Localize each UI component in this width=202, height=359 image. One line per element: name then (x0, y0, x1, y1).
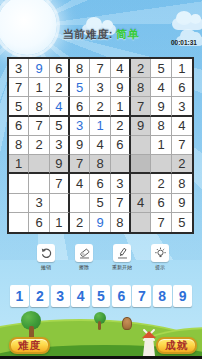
given-number: 4 (116, 62, 123, 75)
given-number: 4 (157, 81, 164, 94)
sudoku-cell[interactable]: 3 (29, 194, 49, 213)
user-number: 1 (96, 119, 103, 132)
sudoku-cell[interactable]: 9 (172, 194, 192, 213)
numpad-button-6[interactable]: 6 (112, 285, 131, 307)
given-number: 2 (55, 81, 62, 94)
given-number: 2 (157, 177, 164, 190)
numpad-button-9[interactable]: 9 (173, 285, 192, 307)
sudoku-cell[interactable]: 4 (131, 194, 151, 213)
sudoku-cell[interactable]: 5 (151, 59, 171, 78)
sudoku-cell[interactable]: 7 (70, 155, 90, 174)
sudoku-cell[interactable]: 3 (90, 78, 110, 97)
given-number: 6 (55, 62, 62, 75)
given-number: 8 (116, 216, 123, 229)
sudoku-cell[interactable]: 8 (9, 136, 29, 155)
sudoku-cell[interactable]: 6 (111, 136, 131, 155)
given-number: 4 (76, 177, 83, 190)
given-number: 8 (15, 138, 22, 151)
given-number: 2 (76, 216, 83, 229)
sudoku-cell[interactable]: 7 (9, 78, 29, 97)
given-number: 8 (96, 157, 103, 170)
given-number: 8 (137, 81, 144, 94)
numpad-button-2[interactable]: 2 (30, 285, 49, 307)
erase-label: 擦除 (79, 264, 89, 270)
given-number: 6 (96, 177, 103, 190)
given-number: 6 (15, 119, 22, 132)
sudoku-cell[interactable]: 1 (29, 78, 49, 97)
sudoku-cell[interactable]: 6 (70, 97, 90, 116)
sudoku-cell[interactable]: 2 (29, 136, 49, 155)
sudoku-cell[interactable]: 6 (151, 194, 171, 213)
given-number: 1 (157, 138, 164, 151)
given-number: 5 (178, 216, 185, 229)
sudoku-cell[interactable]: 8 (131, 78, 151, 97)
sudoku-cell[interactable]: 2 (70, 213, 90, 232)
difficulty-value: 简单 (116, 28, 139, 40)
given-number: 7 (15, 81, 22, 94)
sudoku-cell[interactable]: 1 (172, 59, 192, 78)
given-number: 8 (178, 177, 185, 190)
given-number: 4 (178, 119, 185, 132)
sudoku-cell[interactable]: 4 (172, 117, 192, 136)
given-number: 3 (178, 100, 185, 113)
sudoku-cell[interactable]: 7 (90, 59, 110, 78)
hint-bulb-icon[interactable] (151, 244, 169, 262)
erase-button[interactable]: 擦除 (66, 244, 102, 270)
given-number: 7 (157, 216, 164, 229)
given-number: 9 (137, 119, 144, 132)
given-number: 7 (178, 138, 185, 151)
sudoku-cell[interactable]: 8 (111, 213, 131, 232)
sudoku-cell[interactable]: 6 (172, 78, 192, 97)
sudoku-cell[interactable]: 6 (90, 174, 110, 193)
difficulty-button[interactable]: 难度 (9, 337, 50, 354)
sudoku-cell[interactable]: 8 (172, 174, 192, 193)
given-number: 9 (55, 157, 62, 170)
undo-label: 撤销 (41, 264, 51, 270)
sudoku-cell[interactable]: 2 (50, 78, 70, 97)
tree-trunk (98, 321, 101, 330)
given-number: 2 (137, 62, 144, 75)
sudoku-cell[interactable]: 2 (111, 117, 131, 136)
sudoku-cell[interactable] (29, 174, 49, 193)
sudoku-cell[interactable]: 8 (29, 97, 49, 116)
sudoku-cell[interactable]: 7 (151, 213, 171, 232)
sudoku-cell[interactable] (151, 155, 171, 174)
given-number: 7 (116, 196, 123, 209)
given-number: 6 (178, 81, 185, 94)
given-number: 2 (116, 119, 123, 132)
user-number: 3 (76, 119, 83, 132)
sudoku-cell[interactable]: 3 (70, 117, 90, 136)
sudoku-cell[interactable]: 6 (50, 59, 70, 78)
number-pad: 123456789 (10, 285, 192, 307)
given-number: 2 (35, 138, 42, 151)
given-number: 5 (55, 119, 62, 132)
sudoku-cell[interactable]: 9 (50, 155, 70, 174)
given-number: 1 (116, 100, 123, 113)
user-number: 4 (55, 100, 62, 113)
sudoku-cell[interactable]: 9 (151, 97, 171, 116)
user-number: 9 (96, 216, 103, 229)
sudoku-cell[interactable]: 5 (70, 78, 90, 97)
given-number: 9 (116, 81, 123, 94)
achievement-button[interactable]: 成就 (156, 337, 197, 354)
sudoku-cell[interactable]: 8 (90, 155, 110, 174)
sudoku-cell[interactable]: 6 (9, 117, 29, 136)
given-number: 9 (178, 196, 185, 209)
sudoku-cell[interactable]: 9 (29, 59, 49, 78)
given-number: 9 (76, 138, 83, 151)
sudoku-cell[interactable] (131, 155, 151, 174)
sudoku-cell[interactable]: 7 (172, 136, 192, 155)
sudoku-cell[interactable]: 5 (172, 213, 192, 232)
numpad-button-5[interactable]: 5 (92, 285, 111, 307)
given-number: 2 (178, 157, 185, 170)
given-number: 5 (157, 62, 164, 75)
sudoku-cell[interactable] (50, 194, 70, 213)
sudoku-cell[interactable]: 7 (29, 117, 49, 136)
sudoku-cell[interactable]: 7 (111, 194, 131, 213)
sudoku-cell[interactable]: 4 (111, 59, 131, 78)
given-number: 5 (96, 196, 103, 209)
given-number: 3 (96, 81, 103, 94)
sudoku-cell[interactable] (111, 155, 131, 174)
given-number: 1 (178, 62, 185, 75)
sudoku-cell[interactable]: 1 (9, 155, 29, 174)
sudoku-cell[interactable]: 3 (50, 136, 70, 155)
given-number: 7 (96, 62, 103, 75)
given-number: 4 (96, 138, 103, 151)
sudoku-cell[interactable]: 6 (29, 213, 49, 232)
hint-label: 提示 (155, 264, 165, 270)
restart-button[interactable]: 重新开始 (104, 244, 140, 270)
sudoku-cell[interactable]: 8 (70, 59, 90, 78)
sudoku-app-screen: 当前难度: 简单 00:01:31 3968742517125398465846… (0, 0, 202, 359)
sudoku-cell[interactable]: 5 (50, 117, 70, 136)
sudoku-cell[interactable] (9, 174, 29, 193)
sudoku-cell[interactable]: 7 (50, 174, 70, 193)
sudoku-cell[interactable]: 2 (172, 155, 192, 174)
given-number: 3 (15, 62, 22, 75)
given-number: 6 (35, 216, 42, 229)
given-number: 6 (116, 138, 123, 151)
pencil-icon[interactable] (113, 244, 131, 262)
restart-label: 重新开始 (112, 264, 132, 270)
given-number: 3 (116, 177, 123, 190)
sudoku-cell[interactable]: 3 (111, 174, 131, 193)
sudoku-cell[interactable]: 1 (90, 117, 110, 136)
given-number: 6 (157, 196, 164, 209)
undo-icon[interactable] (37, 244, 55, 262)
sudoku-cell[interactable]: 1 (111, 97, 131, 116)
given-number: 7 (55, 177, 62, 190)
given-number: 1 (15, 157, 22, 170)
sudoku-cell[interactable]: 2 (90, 97, 110, 116)
given-number: 5 (15, 100, 22, 113)
given-number: 7 (137, 100, 144, 113)
sudoku-cell[interactable] (131, 213, 151, 232)
sudoku-cell[interactable]: 7 (131, 97, 151, 116)
sudoku-cell[interactable]: 1 (151, 136, 171, 155)
sudoku-cell[interactable]: 9 (70, 136, 90, 155)
sudoku-cell[interactable] (131, 174, 151, 193)
given-number: 3 (55, 138, 62, 151)
gopher-icon (122, 317, 132, 330)
given-number: 8 (157, 119, 164, 132)
sudoku-cell[interactable]: 3 (172, 97, 192, 116)
given-number: 1 (35, 81, 42, 94)
numpad-button-3[interactable]: 3 (51, 285, 70, 307)
sudoku-cell[interactable]: 4 (90, 136, 110, 155)
given-number: 6 (76, 100, 83, 113)
sudoku-cell[interactable]: 4 (70, 174, 90, 193)
given-number: 1 (55, 216, 62, 229)
given-number: 8 (35, 100, 42, 113)
sudoku-cell[interactable] (29, 155, 49, 174)
given-number: 3 (35, 196, 42, 209)
given-number: 7 (35, 119, 42, 132)
sudoku-cell[interactable]: 3 (9, 59, 29, 78)
difficulty-label: 当前难度: (63, 28, 113, 40)
sudoku-cell[interactable]: 2 (131, 59, 151, 78)
sudoku-cell[interactable]: 9 (90, 213, 110, 232)
numpad-button-8[interactable]: 8 (153, 285, 172, 307)
given-number: 4 (137, 196, 144, 209)
sudoku-cell[interactable]: 9 (111, 78, 131, 97)
given-number: 7 (76, 157, 83, 170)
eraser-icon[interactable] (75, 244, 93, 262)
numpad-button-4[interactable]: 4 (71, 285, 90, 307)
hint-button[interactable]: 提示 (142, 244, 178, 270)
sudoku-cell[interactable] (131, 136, 151, 155)
numpad-button-1[interactable]: 1 (10, 285, 29, 307)
sudoku-cell[interactable] (9, 194, 29, 213)
sudoku-cell[interactable] (70, 194, 90, 213)
sudoku-cell[interactable]: 4 (151, 78, 171, 97)
windmill-roof (142, 331, 156, 338)
undo-button[interactable]: 撤销 (28, 244, 64, 270)
sudoku-cell[interactable]: 9 (131, 117, 151, 136)
timer: 00:01:31 (171, 39, 197, 46)
numpad-button-7[interactable]: 7 (132, 285, 151, 307)
given-number: 8 (76, 62, 83, 75)
sudoku-cell[interactable]: 8 (151, 117, 171, 136)
sudoku-cell[interactable]: 4 (50, 97, 70, 116)
sudoku-cell[interactable] (9, 213, 29, 232)
user-number: 5 (76, 81, 83, 94)
sudoku-cell[interactable]: 1 (50, 213, 70, 232)
toolbar: 撤销 擦除 (28, 244, 178, 270)
sudoku-cell[interactable]: 2 (151, 174, 171, 193)
given-number: 9 (157, 100, 164, 113)
sudoku-board: 3968742517125398465846217936753129848239… (7, 57, 194, 234)
sudoku-cell[interactable]: 5 (90, 194, 110, 213)
given-number: 2 (96, 100, 103, 113)
user-number: 9 (35, 62, 42, 75)
sudoku-cell[interactable]: 5 (9, 97, 29, 116)
